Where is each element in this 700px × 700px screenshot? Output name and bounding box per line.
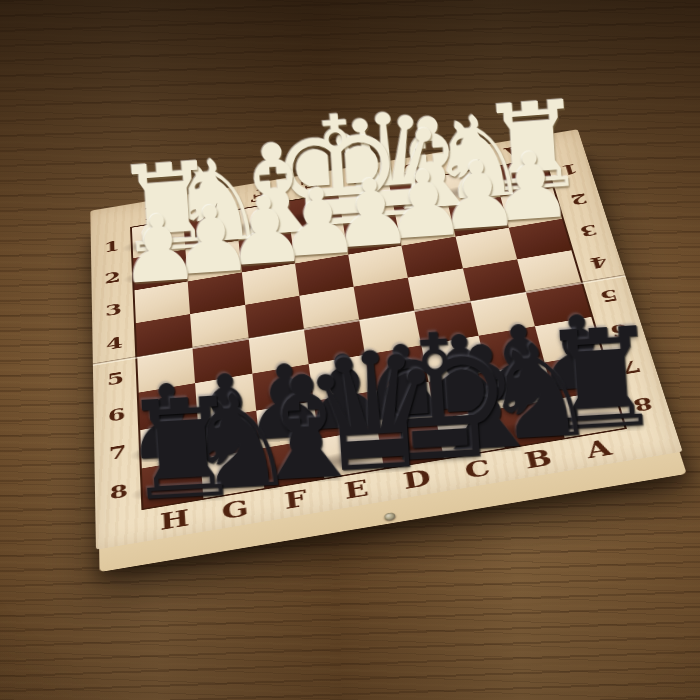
file-label-bottom-A: A [572, 434, 626, 465]
file-label-bottom-D: D [391, 464, 443, 495]
file-label-bottom-C: C [452, 454, 504, 485]
rank-label-left-3: 3 [92, 297, 135, 323]
rank-label-right-3: 3 [564, 218, 612, 243]
file-label-bottom-G: G [211, 494, 260, 525]
rank-label-left-4: 4 [93, 330, 137, 357]
file-label-bottom-H: H [150, 504, 199, 536]
hinge-screw [384, 512, 396, 521]
scene-rotation: HH11GG22FF33EE44DD55CC66BB77AA88 ♜♞♝♛♚♝♞… [0, 0, 700, 700]
board-3d: HH11GG22FF33EE44DD55CC66BB77AA88 ♜♞♝♛♚♝♞… [90, 129, 683, 550]
file-label-bottom-F: F [271, 484, 321, 515]
file-label-bottom-B: B [512, 444, 565, 475]
rank-label-right-4: 4 [574, 250, 623, 276]
photo-stage: HH11GG22FF33EE44DD55CC66BB77AA88 ♜♞♝♛♚♝♞… [0, 0, 700, 700]
file-label-bottom-E: E [331, 474, 382, 505]
